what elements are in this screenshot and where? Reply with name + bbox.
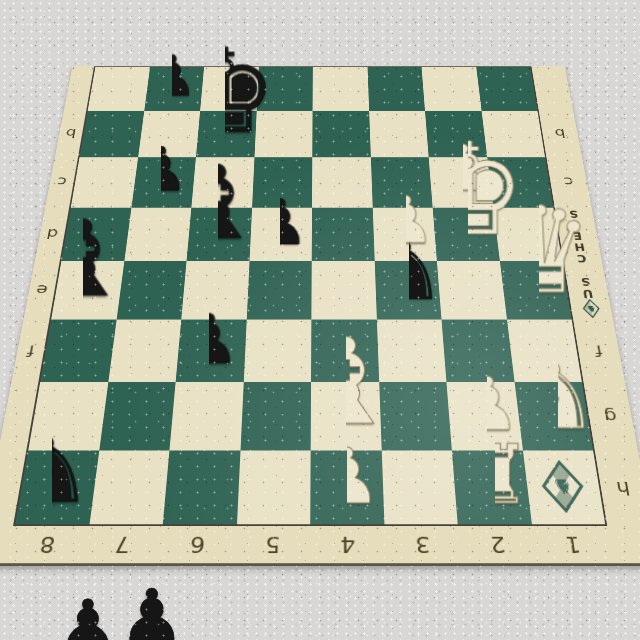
square-e7[interactable] xyxy=(116,261,186,319)
square-d8[interactable] xyxy=(61,207,131,261)
svg-text:♞: ♞ xyxy=(585,304,597,315)
square-a3[interactable] xyxy=(367,67,425,111)
square-h5[interactable] xyxy=(237,450,311,524)
square-e3[interactable] xyxy=(374,261,441,319)
coord-rank-2: 2 xyxy=(459,526,538,563)
square-d7[interactable] xyxy=(124,207,191,261)
coord-rank-4: 4 xyxy=(310,526,386,563)
coord-rank-1: 1 xyxy=(533,526,613,563)
board-margin-bottom: 87654321 xyxy=(6,526,613,563)
square-a7[interactable] xyxy=(144,67,204,111)
coord-file-right-c: c xyxy=(547,157,592,207)
board-grid: ♞ xyxy=(13,66,607,526)
square-a8[interactable] xyxy=(88,67,150,111)
square-b4[interactable] xyxy=(312,111,370,158)
square-c4[interactable] xyxy=(312,157,372,207)
coord-rank-7: 7 xyxy=(82,526,161,563)
square-h8[interactable] xyxy=(15,450,99,524)
square-e2[interactable] xyxy=(437,261,507,319)
square-g8[interactable] xyxy=(28,382,108,450)
square-f1[interactable] xyxy=(507,319,582,382)
coord-file-right-b: b xyxy=(539,110,582,157)
square-g5[interactable] xyxy=(240,382,311,450)
coord-rank-5: 5 xyxy=(234,526,310,563)
square-e8[interactable] xyxy=(51,261,124,319)
coord-rank-3: 3 xyxy=(385,526,462,563)
square-h6[interactable] xyxy=(163,450,240,524)
square-a4[interactable] xyxy=(313,67,369,111)
square-a2[interactable] xyxy=(422,67,482,111)
square-c6[interactable] xyxy=(191,157,254,207)
coord-rank-8: 8 xyxy=(6,526,87,563)
photo-scene: bcdef ♞ ♞ US CHESS bcfgh 87654321 ♟♚♟♝♝♟… xyxy=(0,0,640,640)
us-chess-mini-logo-icon: ♞ xyxy=(581,299,601,318)
square-c1[interactable] xyxy=(487,157,553,207)
square-b3[interactable] xyxy=(369,111,429,158)
square-b8[interactable] xyxy=(80,111,144,158)
square-b6[interactable] xyxy=(196,111,256,158)
us-chess-wordmark: US CHESS xyxy=(567,208,596,299)
square-f4[interactable] xyxy=(311,319,379,382)
square-c2[interactable] xyxy=(429,157,493,207)
svg-text:♞: ♞ xyxy=(551,476,575,500)
square-b7[interactable] xyxy=(138,111,200,158)
square-b1[interactable] xyxy=(481,111,545,158)
square-g1[interactable] xyxy=(514,382,593,450)
square-g2[interactable] xyxy=(446,382,522,450)
us-chess-corner-logo-icon: ♞ xyxy=(539,461,589,514)
square-h3[interactable] xyxy=(381,450,457,524)
chess-board: bcdef ♞ ♞ US CHESS bcfgh 87654321 ♟♚♟♝♝♟… xyxy=(0,66,640,566)
square-c8[interactable] xyxy=(71,157,138,207)
square-f8[interactable] xyxy=(40,319,116,382)
square-f6[interactable] xyxy=(176,319,247,382)
square-d6[interactable] xyxy=(187,207,252,261)
coord-rank-6: 6 xyxy=(158,526,236,563)
square-f2[interactable] xyxy=(441,319,514,382)
square-a6[interactable] xyxy=(200,67,258,111)
square-d3[interactable] xyxy=(372,207,437,261)
square-e6[interactable] xyxy=(181,261,249,319)
square-f7[interactable] xyxy=(108,319,181,382)
square-h1[interactable]: ♞ xyxy=(522,450,605,524)
square-a1[interactable] xyxy=(476,67,538,111)
square-g4[interactable] xyxy=(311,382,382,450)
square-c7[interactable] xyxy=(131,157,196,207)
square-f5[interactable] xyxy=(243,319,311,382)
square-d2[interactable] xyxy=(433,207,500,261)
square-c3[interactable] xyxy=(370,157,432,207)
square-c5[interactable] xyxy=(252,157,313,207)
square-e5[interactable] xyxy=(246,261,311,319)
square-b2[interactable] xyxy=(425,111,487,158)
square-e4[interactable] xyxy=(311,261,376,319)
square-g7[interactable] xyxy=(99,382,176,450)
square-d1[interactable] xyxy=(493,207,562,261)
square-f3[interactable] xyxy=(376,319,446,382)
perspective-wrapper: bcdef ♞ ♞ US CHESS bcfgh 87654321 ♟♚♟♝♝♟… xyxy=(0,0,640,640)
square-h4[interactable] xyxy=(310,450,384,524)
square-d4[interactable] xyxy=(312,207,375,261)
square-g3[interactable] xyxy=(379,382,452,450)
square-b5[interactable] xyxy=(254,111,312,158)
square-e1[interactable] xyxy=(499,261,571,319)
square-d5[interactable] xyxy=(249,207,312,261)
square-g6[interactable] xyxy=(169,382,243,450)
square-a5[interactable] xyxy=(256,67,312,111)
square-h7[interactable] xyxy=(89,450,169,524)
square-h2[interactable] xyxy=(452,450,532,524)
